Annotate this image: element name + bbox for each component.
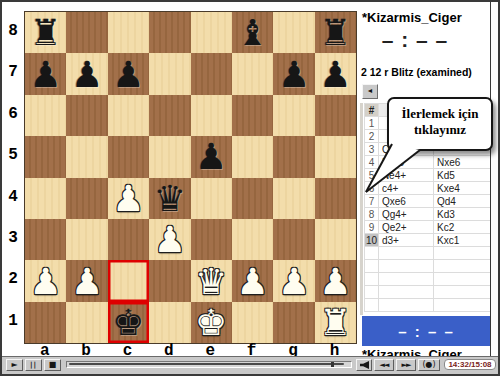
move-table-edge (360, 103, 363, 315)
pause-button[interactable]: || (25, 359, 42, 371)
black-piece-d4[interactable]: ♛ (149, 178, 190, 219)
square-c2[interactable] (108, 260, 149, 301)
black-move-8[interactable]: Kd3 (434, 208, 491, 221)
white-piece-c4[interactable]: ♟ (108, 178, 149, 219)
record-button[interactable]: (●) (418, 359, 440, 371)
square-c7[interactable]: ♟ (108, 53, 149, 94)
square-f2[interactable]: ♟ (232, 260, 273, 301)
square-h5[interactable] (315, 136, 356, 177)
square-g7[interactable]: ♟ (273, 53, 314, 94)
black-piece-c1[interactable]: ♚ (108, 302, 149, 343)
square-e4[interactable] (191, 178, 232, 219)
square-h3[interactable] (315, 219, 356, 260)
square-b2[interactable]: ♟ (66, 260, 107, 301)
move-row-10: 10d3+Kxc1 (365, 234, 491, 247)
black-move-5[interactable]: Kd5 (434, 169, 491, 182)
square-e3[interactable] (191, 219, 232, 260)
square-d4[interactable]: ♛ (149, 178, 190, 219)
square-d6[interactable] (149, 95, 190, 136)
square-c5[interactable] (108, 136, 149, 177)
black-piece-b7[interactable]: ♟ (66, 53, 107, 94)
active-clock-bar: – : – – (362, 316, 491, 346)
white-move-7[interactable]: Qxe6 (378, 195, 433, 208)
game-info-label: 2 12 r Blitz (examined) (361, 66, 472, 78)
move-row-8: 8Qg4+Kd3 (365, 208, 491, 221)
white-move-6[interactable]: c4+ (378, 182, 433, 195)
square-b4[interactable] (66, 178, 107, 219)
rank-label-7: 7 (4, 52, 22, 93)
speaker-button[interactable] (356, 359, 372, 371)
square-g3[interactable] (273, 219, 314, 260)
speaker-icon (360, 361, 369, 369)
white-piece-f2[interactable]: ♟ (232, 260, 273, 301)
square-e8[interactable] (191, 12, 232, 53)
chess-board[interactable]: ♜♝♜♟♟♟♟♟♟♟♛♟♟♟♛♟♟♟♚♚♜ (24, 11, 357, 344)
black-piece-c7[interactable]: ♟ (108, 53, 149, 94)
white-piece-e1[interactable]: ♚ (191, 302, 232, 343)
player-name-top: *Kizarmis_Ciger (362, 10, 462, 25)
white-move-8[interactable]: Qg4+ (378, 208, 433, 221)
square-d3[interactable]: ♟ (149, 219, 190, 260)
rank-label-4: 4 (4, 177, 22, 218)
square-c1[interactable]: ♚ (108, 302, 149, 343)
black-move-10[interactable]: Kxc1 (434, 234, 491, 247)
square-b6[interactable] (66, 95, 107, 136)
seek-channel (69, 363, 344, 365)
white-move-5[interactable]: Ne4+ (378, 169, 433, 182)
square-b1[interactable] (66, 302, 107, 343)
move-row-9: 9Qe2+Kc2 (365, 221, 491, 234)
square-e1[interactable]: ♚ (191, 302, 232, 343)
seek-slider[interactable] (66, 361, 352, 368)
square-f4[interactable] (232, 178, 273, 219)
empty-move-row (365, 273, 491, 286)
square-g1[interactable] (273, 302, 314, 343)
square-a4[interactable] (25, 178, 66, 219)
square-a8[interactable]: ♜ (25, 12, 66, 53)
square-h6[interactable] (315, 95, 356, 136)
square-d2[interactable] (149, 260, 190, 301)
square-a6[interactable] (25, 95, 66, 136)
white-piece-d3[interactable]: ♟ (149, 219, 190, 260)
move-row-4: 4Bxc6Nxe6 (365, 156, 491, 169)
callout-line1: İlerlemek için (389, 106, 491, 122)
clock-bottom: – : – – (398, 323, 455, 340)
empty-move-row (365, 260, 491, 273)
white-piece-g2[interactable]: ♟ (273, 260, 314, 301)
square-e5[interactable]: ♟ (191, 136, 232, 177)
square-h1[interactable]: ♜ (315, 302, 356, 343)
rank-label-2: 2 (4, 259, 22, 300)
game-panel: *Kizarmis_Ciger – : – – 2 12 r Blitz (ex… (360, 6, 491, 358)
square-a7[interactable]: ♟ (25, 53, 66, 94)
move-number-2: 2 (365, 130, 379, 143)
square-e6[interactable] (191, 95, 232, 136)
square-a5[interactable] (25, 136, 66, 177)
square-a2[interactable]: ♟ (25, 260, 66, 301)
square-h7[interactable]: ♟ (315, 53, 356, 94)
black-move-6[interactable]: Kxe4 (434, 182, 491, 195)
back-arrow-button[interactable]: ◄ (362, 84, 378, 99)
square-h2[interactable]: ♟ (315, 260, 356, 301)
white-move-9[interactable]: Qe2+ (378, 221, 433, 234)
empty-move-row (365, 247, 491, 260)
square-b8[interactable] (66, 12, 107, 53)
click-to-proceed-callout[interactable]: İlerlemek için tıklayınız (387, 97, 493, 151)
square-h8[interactable]: ♜ (315, 12, 356, 53)
black-piece-h7[interactable]: ♟ (315, 53, 356, 94)
play-button[interactable]: ► (6, 359, 23, 371)
move-row-6: 6c4+Kxe4 (365, 182, 491, 195)
time-display: 14:32/15:08 (444, 359, 496, 370)
white-piece-b2[interactable]: ♟ (66, 260, 107, 301)
move-number-6: 6 (365, 182, 379, 195)
square-e7[interactable] (191, 53, 232, 94)
move-row-7: 7Qxe6Qd4 (365, 195, 491, 208)
clock-top: – : – – (360, 28, 470, 52)
square-f3[interactable] (232, 219, 273, 260)
move-number-8: 8 (365, 208, 379, 221)
square-e2[interactable]: ♛ (191, 260, 232, 301)
move-number-1: 1 (365, 117, 379, 130)
fast-forward-button[interactable]: ►► (396, 359, 416, 371)
panel-right-border (490, 2, 491, 357)
rank-label-6: 6 (4, 94, 22, 135)
chess-app-window: 87654321 ♜♝♜♟♟♟♟♟♟♟♛♟♟♟♛♟♟♟♚♚♜ abcdefgh … (0, 0, 500, 376)
stop-button[interactable]: ■ (44, 359, 61, 371)
square-c8[interactable] (108, 12, 149, 53)
callout-line2: tıklayınız (389, 122, 491, 138)
media-control-bar: ► || ■ ◄◄ ►► (●) 14:32/15:08 (2, 356, 498, 374)
square-c6[interactable] (108, 95, 149, 136)
square-b7[interactable]: ♟ (66, 53, 107, 94)
rank-label-5: 5 (4, 135, 22, 176)
square-g4[interactable] (273, 178, 314, 219)
square-f6[interactable] (232, 95, 273, 136)
move-number-7: 7 (365, 195, 379, 208)
move-row-5: 5Ne4+Kd5 (365, 169, 491, 182)
rank-label-1: 1 (4, 301, 22, 342)
square-f5[interactable] (232, 136, 273, 177)
empty-move-row (365, 299, 491, 312)
black-piece-g7[interactable]: ♟ (273, 53, 314, 94)
move-number-5: 5 (365, 169, 379, 182)
white-move-10[interactable]: d3+ (378, 234, 433, 247)
move-number-10: 10 (365, 234, 379, 247)
square-b3[interactable] (66, 219, 107, 260)
square-d1[interactable] (149, 302, 190, 343)
white-piece-h1[interactable]: ♜ (315, 302, 356, 343)
white-piece-a2[interactable]: ♟ (25, 260, 66, 301)
square-d8[interactable] (149, 12, 190, 53)
move-number-3: 3 (365, 143, 379, 156)
move-number-4: 4 (365, 156, 379, 169)
black-piece-a8[interactable]: ♜ (25, 12, 66, 53)
rank-labels: 87654321 (4, 11, 22, 342)
seek-thumb[interactable] (331, 362, 334, 367)
black-move-9[interactable]: Kc2 (434, 221, 491, 234)
white-move-4[interactable]: Bxc6 (378, 156, 433, 169)
square-g8[interactable] (273, 12, 314, 53)
black-piece-h8[interactable]: ♜ (315, 12, 356, 53)
square-a3[interactable] (25, 219, 66, 260)
rank-label-3: 3 (4, 218, 22, 259)
black-move-4[interactable]: Nxe6 (434, 156, 491, 169)
square-f8[interactable]: ♝ (232, 12, 273, 53)
white-piece-e2[interactable]: ♛ (191, 260, 232, 301)
white-piece-h2[interactable]: ♟ (315, 260, 356, 301)
black-piece-a7[interactable]: ♟ (25, 53, 66, 94)
square-g2[interactable]: ♟ (273, 260, 314, 301)
black-piece-e5[interactable]: ♟ (191, 136, 232, 177)
square-d7[interactable] (149, 53, 190, 94)
square-g5[interactable] (273, 136, 314, 177)
square-f1[interactable] (232, 302, 273, 343)
square-c4[interactable]: ♟ (108, 178, 149, 219)
rank-label-8: 8 (4, 11, 22, 52)
square-b5[interactable] (66, 136, 107, 177)
rewind-button[interactable]: ◄◄ (374, 359, 394, 371)
square-a1[interactable] (25, 302, 66, 343)
square-c3[interactable] (108, 219, 149, 260)
black-piece-f8[interactable]: ♝ (232, 12, 273, 53)
square-h4[interactable] (315, 178, 356, 219)
square-g6[interactable] (273, 95, 314, 136)
move-number-9: 9 (365, 221, 379, 234)
square-f7[interactable] (232, 53, 273, 94)
square-d5[interactable] (149, 136, 190, 177)
move-number-header: # (365, 104, 379, 117)
empty-move-row (365, 286, 491, 299)
black-move-7[interactable]: Qd4 (434, 195, 491, 208)
